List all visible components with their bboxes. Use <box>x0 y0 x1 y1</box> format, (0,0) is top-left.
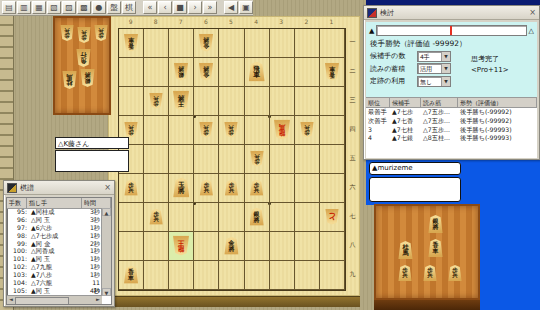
sente-comment-box[interactable] <box>369 177 461 202</box>
square-2-3[interactable] <box>295 87 320 116</box>
print-button[interactable]: ▧ <box>47 1 61 14</box>
rotate-board-button[interactable]: ◀ <box>224 1 238 14</box>
kifu-row[interactable]: 95:▲同桂成3秒 <box>7 208 102 216</box>
sente-piece-玉將[interactable]: 玉將 <box>173 178 190 198</box>
board-edit-button[interactable]: 盤 <box>107 1 121 14</box>
kifu-row[interactable]: 102:△7九龍1秒 <box>7 263 102 271</box>
option-label: 候補手の数 <box>370 51 414 61</box>
status-mate-info: <Pro+11> <box>471 66 509 74</box>
komadai-bottom-edge <box>374 300 480 310</box>
shogi-board: 987654321 一二三四五六七八九 香車金將銀將金將飛車香車歩兵王將歩兵歩兵… <box>108 16 360 296</box>
square-7-4[interactable] <box>169 116 194 145</box>
square-4-8[interactable] <box>245 232 270 261</box>
square-6-9[interactable] <box>194 261 219 290</box>
sente-piece-歩兵[interactable]: 歩兵 <box>423 265 437 281</box>
file-label: 2 <box>294 17 319 27</box>
analysis-window: 検討 × ▲ △ 後手勝勢（評価値 -99992） 候補手の数4手▼読みの蓄積活… <box>363 5 540 160</box>
gote-player-name: △K藤さん <box>55 137 129 149</box>
square-3-9[interactable] <box>270 261 295 290</box>
square-5-2[interactable] <box>219 58 244 87</box>
gote-piece-角行[interactable]: 角行 <box>76 49 91 67</box>
square-3-5[interactable] <box>270 145 295 174</box>
square-4-4[interactable] <box>245 116 270 145</box>
rank-label: 九 <box>346 260 359 289</box>
square-9-1[interactable]: 香車 <box>119 29 144 58</box>
square-8-5[interactable] <box>144 145 169 174</box>
kifu-col-time: 時間 <box>82 198 111 208</box>
scroll-up-icon[interactable]: ▲ <box>102 208 111 216</box>
square-7-8[interactable]: 龍王 <box>169 232 194 261</box>
square-2-4[interactable]: 歩兵 <box>295 116 320 145</box>
option-select-0[interactable]: 4手▼ <box>417 51 451 62</box>
square-1-9[interactable] <box>320 261 345 290</box>
chevron-down-icon[interactable]: ▼ <box>441 77 450 86</box>
square-8-3[interactable]: 歩兵 <box>144 87 169 116</box>
gote-piece-歩兵[interactable]: 歩兵 <box>149 93 163 109</box>
square-2-2[interactable] <box>295 58 320 87</box>
square-9-3[interactable] <box>119 87 144 116</box>
prev-move-button[interactable]: ‹ <box>158 1 172 14</box>
stop-button[interactable]: ■ <box>173 1 187 14</box>
square-7-1[interactable] <box>169 29 194 58</box>
square-5-8[interactable]: 金將 <box>219 232 244 261</box>
square-7-2[interactable]: 銀將 <box>169 58 194 87</box>
square-6-8[interactable] <box>194 232 219 261</box>
gote-piece-と[interactable]: と <box>325 209 339 225</box>
status-thinking-done: 思考完了 <box>471 54 499 64</box>
square-8-8[interactable] <box>144 232 169 261</box>
close-icon[interactable]: × <box>529 9 536 17</box>
sente-piece-歩兵[interactable]: 歩兵 <box>124 180 138 196</box>
square-6-1[interactable]: 金將 <box>194 29 219 58</box>
scroll-down-icon[interactable]: ▼ <box>102 288 111 296</box>
kifu-horizontal-scrollbar[interactable]: ◄ ► <box>7 295 102 304</box>
file-label: 9 <box>118 17 143 27</box>
gote-piece-王將[interactable]: 王將 <box>173 91 190 111</box>
gote-piece-歩兵[interactable]: 歩兵 <box>224 122 238 138</box>
square-4-6[interactable]: 歩兵 <box>245 174 270 203</box>
gote-piece-歩兵[interactable]: 歩兵 <box>94 25 108 41</box>
square-8-6[interactable] <box>144 174 169 203</box>
square-4-7[interactable]: 銀將 <box>245 203 270 232</box>
square-8-9[interactable] <box>144 261 169 290</box>
square-1-5[interactable] <box>320 145 345 174</box>
square-8-7[interactable]: 歩兵 <box>144 203 169 232</box>
gote-comment-box[interactable] <box>55 150 129 172</box>
square-2-7[interactable] <box>295 203 320 232</box>
square-3-4[interactable]: 龍馬 <box>270 116 295 145</box>
gote-piece-銀將[interactable]: 銀將 <box>80 69 95 87</box>
gote-piece-歩兵[interactable]: 歩兵 <box>77 27 91 43</box>
file-label: 1 <box>319 17 344 27</box>
square-7-6[interactable]: 玉將 <box>169 174 194 203</box>
kifu-vertical-scrollbar[interactable]: ▲ ▼ <box>101 208 111 296</box>
col-pv: 読み筋 <box>421 98 458 107</box>
sente-piece-金將[interactable]: 金將 <box>224 237 239 255</box>
chevron-down-icon[interactable]: ▼ <box>441 64 450 73</box>
square-3-8[interactable] <box>270 232 295 261</box>
gote-piece-龍馬[interactable]: 龍馬 <box>273 120 290 140</box>
square-2-9[interactable] <box>295 261 320 290</box>
sente-piece-歩兵[interactable]: 歩兵 <box>224 180 238 196</box>
square-4-1[interactable] <box>245 29 270 58</box>
rank-label: 五 <box>346 144 359 173</box>
square-6-6[interactable]: 歩兵 <box>194 174 219 203</box>
square-3-6[interactable] <box>270 174 295 203</box>
square-3-3[interactable] <box>270 87 295 116</box>
gote-piece-金將[interactable]: 金將 <box>199 63 214 81</box>
square-1-8[interactable] <box>320 232 345 261</box>
analysis-client: ▲ △ 後手勝勢（評価値 -99992） 候補手の数4手▼読みの蓄積活用▼定跡の… <box>366 22 537 158</box>
paste-button[interactable]: ▩ <box>77 1 91 14</box>
square-5-9[interactable] <box>219 261 244 290</box>
sente-piece-歩兵[interactable]: 歩兵 <box>149 209 163 225</box>
window-button[interactable]: ▣ <box>239 1 253 14</box>
open-file-button[interactable]: ▥ <box>17 1 31 14</box>
square-2-5[interactable] <box>295 145 320 174</box>
kifu-row[interactable]: 98:△7七歩成1秒 <box>7 232 102 240</box>
gote-piece-香車[interactable]: 香車 <box>124 34 139 52</box>
square-1-4[interactable] <box>320 116 345 145</box>
square-5-6[interactable]: 歩兵 <box>219 174 244 203</box>
square-1-2[interactable]: 香車 <box>320 58 345 87</box>
square-8-1[interactable] <box>144 29 169 58</box>
square-6-5[interactable] <box>194 145 219 174</box>
save-file-button[interactable]: ▦ <box>32 1 46 14</box>
square-7-5[interactable] <box>169 145 194 174</box>
square-7-9[interactable] <box>169 261 194 290</box>
gote-piece-金將[interactable]: 金將 <box>199 34 214 52</box>
gote-piece-歩兵[interactable]: 歩兵 <box>199 122 213 138</box>
square-5-4[interactable]: 歩兵 <box>219 116 244 145</box>
file-label: 5 <box>218 17 243 27</box>
square-6-7[interactable] <box>194 203 219 232</box>
square-2-6[interactable] <box>295 174 320 203</box>
square-1-1[interactable] <box>320 29 345 58</box>
sente-komadai: 銀將桂馬香車歩兵歩兵歩兵 <box>374 204 480 300</box>
gote-piece-香車[interactable]: 香車 <box>324 63 339 81</box>
board-grid: 香車金將銀將金將飛車香車歩兵王將歩兵歩兵歩兵龍馬歩兵歩兵歩兵玉將歩兵歩兵歩兵歩兵… <box>118 28 346 291</box>
gote-piece-歩兵[interactable]: 歩兵 <box>124 122 138 138</box>
square-3-2[interactable] <box>270 58 295 87</box>
analysis-titlebar[interactable]: 検討 × <box>364 6 539 20</box>
square-4-3[interactable] <box>245 87 270 116</box>
square-5-3[interactable] <box>219 87 244 116</box>
square-2-8[interactable] <box>295 232 320 261</box>
candidate-row[interactable]: 3▲7七桂△7五歩...後手勝ち(-99993) <box>366 126 537 135</box>
square-7-3[interactable]: 王將 <box>169 87 194 116</box>
square-5-5[interactable] <box>219 145 244 174</box>
kifu-window-title: 棋譜 <box>20 183 101 193</box>
toolbar: ▤▥▦▧▨▩●盤棋«‹■›»◀▣ <box>0 0 253 16</box>
rank-label: 八 <box>346 231 359 260</box>
square-1-7[interactable]: と <box>320 203 345 232</box>
scrollbar-thumb[interactable] <box>15 297 69 305</box>
sente-piece-香車[interactable]: 香車 <box>124 266 139 284</box>
file-label: 3 <box>269 17 294 27</box>
square-6-2[interactable]: 金將 <box>194 58 219 87</box>
square-5-7[interactable] <box>219 203 244 232</box>
kifu-row[interactable]: 100:△同香成1秒 <box>7 247 102 255</box>
chevron-down-icon[interactable]: ▼ <box>441 52 450 61</box>
square-9-8[interactable] <box>119 232 144 261</box>
sente-piece-銀將[interactable]: 銀將 <box>249 208 264 226</box>
candidate-row[interactable]: 4▲7七銀△8五桂...後手勝ち(-99993) <box>366 134 537 143</box>
kifu-window: 棋譜 × 手数 指し手 時間 95:▲同桂成3秒96:△同 玉3秒97:▲6六歩… <box>3 180 115 307</box>
kifu-row[interactable]: 105:▲同 玉4秒 <box>7 287 102 295</box>
square-9-2[interactable] <box>119 58 144 87</box>
kifu-button[interactable]: 棋 <box>122 1 136 14</box>
square-5-1[interactable] <box>219 29 244 58</box>
kifu-col-move: 指し手 <box>27 198 82 208</box>
option-select-2[interactable]: 無し▼ <box>417 76 451 87</box>
square-8-2[interactable] <box>144 58 169 87</box>
kifu-row[interactable]: 96:△同 玉3秒 <box>7 216 102 224</box>
copy-button[interactable]: ▨ <box>62 1 76 14</box>
square-9-6[interactable]: 歩兵 <box>119 174 144 203</box>
square-3-7[interactable] <box>270 203 295 232</box>
gote-piece-歩兵[interactable]: 歩兵 <box>250 151 264 167</box>
eval-gote-mark: △ <box>529 27 534 35</box>
option-label: 読みの蓄積 <box>370 64 414 74</box>
next-move-button[interactable]: › <box>188 1 202 14</box>
kifu-row[interactable]: 104:△7六龍11秒 <box>7 279 102 287</box>
last-move-button[interactable]: » <box>203 1 217 14</box>
kifu-list: 手数 指し手 時間 95:▲同桂成3秒96:△同 玉3秒97:▲6六歩1秒98:… <box>6 197 112 305</box>
sente-piece-歩兵[interactable]: 歩兵 <box>448 265 462 281</box>
scroll-right-icon[interactable]: ► <box>94 296 102 303</box>
kifu-titlebar[interactable]: 棋譜 × <box>4 181 114 195</box>
candidate-table-header: 順位 候補手 読み筋 形勢（評価値） <box>366 98 537 108</box>
kifu-row[interactable]: 99:▲同 金2秒 <box>7 240 102 248</box>
analysis-window-icon <box>367 8 377 18</box>
rank-label: 四 <box>346 115 359 144</box>
file-labels: 987654321 <box>118 17 344 27</box>
candidate-table: 順位 候補手 読み筋 形勢（評価値） 最善手▲7七歩△7五歩...後手勝ち(-9… <box>366 97 537 158</box>
square-1-6[interactable] <box>320 174 345 203</box>
gote-piece-歩兵[interactable]: 歩兵 <box>300 122 314 138</box>
analysis-window-title: 検討 <box>380 8 526 18</box>
record-button[interactable]: ● <box>92 1 106 14</box>
rank-label: 六 <box>346 173 359 202</box>
sente-piece-歩兵[interactable]: 歩兵 <box>250 180 264 196</box>
new-file-button[interactable]: ▤ <box>2 1 16 14</box>
file-label: 8 <box>143 17 168 27</box>
rank-label: 三 <box>346 86 359 115</box>
square-8-4[interactable] <box>144 116 169 145</box>
evaluation-bar <box>376 25 526 36</box>
rank-labels: 一二三四五六七八九 <box>346 28 359 289</box>
col-eval: 形勢（評価値） <box>458 98 537 107</box>
col-rank: 順位 <box>366 98 390 107</box>
judgement-text: 後手勝勢（評価値 -99992） <box>366 36 537 49</box>
gote-piece-銀將[interactable]: 銀將 <box>174 63 189 81</box>
first-move-button[interactable]: « <box>143 1 157 14</box>
gote-piece-桂馬[interactable]: 桂馬 <box>62 71 77 89</box>
square-2-1[interactable] <box>295 29 320 58</box>
col-candidate: 候補手 <box>390 98 421 107</box>
sente-piece-歩兵[interactable]: 歩兵 <box>398 265 412 281</box>
file-label: 7 <box>168 17 193 27</box>
file-label: 4 <box>244 17 269 27</box>
shogi-app-screen: ▤▥▦▧▨▩●盤棋«‹■›»◀▣ 987654321 一二三四五六七八九 香車金… <box>0 0 540 310</box>
kifu-window-icon <box>7 183 17 193</box>
gote-komadai: 歩兵歩兵歩兵角行桂馬銀將 <box>53 16 111 115</box>
square-3-1[interactable] <box>270 29 295 58</box>
square-1-3[interactable] <box>320 87 345 116</box>
option-select-1[interactable]: 活用▼ <box>417 63 451 74</box>
square-6-4[interactable]: 歩兵 <box>194 116 219 145</box>
kifu-row[interactable]: 97:▲6六歩1秒 <box>7 224 102 232</box>
sente-piece-香車[interactable]: 香車 <box>428 239 443 257</box>
sente-piece-飛車[interactable]: 飛車 <box>248 62 265 82</box>
square-6-3[interactable] <box>194 87 219 116</box>
square-7-7[interactable] <box>169 203 194 232</box>
kifu-col-moveno: 手数 <box>7 198 27 208</box>
square-4-9[interactable] <box>245 261 270 290</box>
rank-label: 七 <box>346 202 359 231</box>
close-icon[interactable]: × <box>104 184 111 192</box>
rank-label: 二 <box>346 57 359 86</box>
gote-piece-龍王[interactable]: 龍王 <box>173 236 190 256</box>
scroll-left-icon[interactable]: ◄ <box>7 296 15 303</box>
eval-sente-mark: ▲ <box>369 27 374 35</box>
sente-piece-歩兵[interactable]: 歩兵 <box>199 180 213 196</box>
option-label: 定跡の利用 <box>370 76 414 86</box>
square-4-5[interactable]: 歩兵 <box>245 145 270 174</box>
kifu-row[interactable]: 103:▲7八歩1秒 <box>7 271 102 279</box>
rank-label: 一 <box>346 28 359 57</box>
board-bottom-edge <box>108 296 360 307</box>
square-9-9[interactable]: 香車 <box>119 261 144 290</box>
gote-piece-歩兵[interactable]: 歩兵 <box>60 25 74 41</box>
candidate-row[interactable]: 次善手▲7七香△7五歩...後手勝ち(-99992) <box>366 117 537 126</box>
sente-piece-銀將[interactable]: 銀將 <box>428 215 443 233</box>
file-label: 6 <box>193 17 218 27</box>
square-4-2[interactable]: 飛車 <box>245 58 270 87</box>
evaluation-tick <box>450 26 452 35</box>
kifu-row[interactable]: 101:▲同 玉1秒 <box>7 255 102 263</box>
square-9-7[interactable] <box>119 203 144 232</box>
sente-piece-桂馬[interactable]: 桂馬 <box>398 241 413 259</box>
sente-player-name: ▲murizeme <box>369 162 461 175</box>
candidate-row[interactable]: 最善手▲7七歩△7五歩...後手勝ち(-99992) <box>366 108 537 117</box>
